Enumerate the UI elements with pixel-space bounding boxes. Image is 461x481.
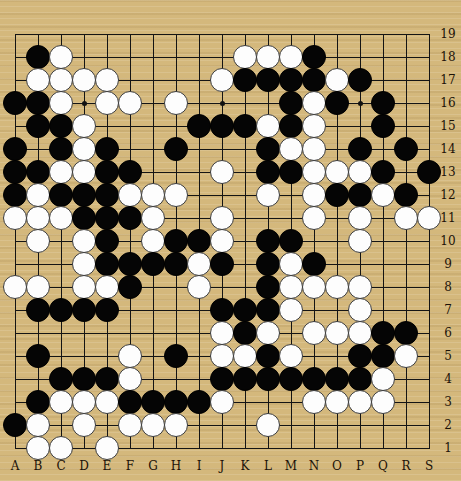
black-stone-D11 bbox=[72, 206, 96, 230]
white-stone-L12 bbox=[256, 183, 280, 207]
black-stone-L13 bbox=[256, 160, 280, 184]
white-stone-A8 bbox=[3, 275, 27, 299]
black-stone-H5 bbox=[164, 344, 188, 368]
white-stone-N11 bbox=[302, 206, 326, 230]
black-stone-C14 bbox=[49, 137, 73, 161]
column-label-S: S bbox=[422, 459, 436, 473]
white-stone-L18 bbox=[256, 45, 280, 69]
white-stone-N3 bbox=[302, 390, 326, 414]
black-stone-O12 bbox=[325, 183, 349, 207]
black-stone-I15 bbox=[187, 114, 211, 138]
go-board[interactable]: 19181716151413121110987654321 ABCDEFGHIJ… bbox=[0, 0, 461, 481]
column-label-E: E bbox=[100, 459, 114, 473]
white-stone-P13 bbox=[348, 160, 372, 184]
white-stone-O17 bbox=[325, 68, 349, 92]
row-label-15: 15 bbox=[437, 119, 459, 133]
white-stone-C1 bbox=[49, 436, 73, 460]
black-stone-F8 bbox=[118, 275, 142, 299]
white-stone-D2 bbox=[72, 413, 96, 437]
row-label-9: 9 bbox=[437, 257, 459, 271]
white-stone-N8 bbox=[302, 275, 326, 299]
column-label-R: R bbox=[399, 459, 413, 473]
row-label-4: 4 bbox=[437, 372, 459, 386]
black-stone-Q15 bbox=[371, 114, 395, 138]
black-stone-H14 bbox=[164, 137, 188, 161]
black-stone-L5 bbox=[256, 344, 280, 368]
white-stone-N14 bbox=[302, 137, 326, 161]
star-point bbox=[220, 101, 225, 106]
black-stone-C7 bbox=[49, 298, 73, 322]
white-stone-I8 bbox=[187, 275, 211, 299]
white-stone-G2 bbox=[141, 413, 165, 437]
black-stone-O16 bbox=[325, 91, 349, 115]
white-stone-C13 bbox=[49, 160, 73, 184]
black-stone-B5 bbox=[26, 344, 50, 368]
column-label-L: L bbox=[261, 459, 275, 473]
column-label-G: G bbox=[146, 459, 160, 473]
white-stone-F4 bbox=[118, 367, 142, 391]
black-stone-Q5 bbox=[371, 344, 395, 368]
black-stone-E13 bbox=[95, 160, 119, 184]
white-stone-H16 bbox=[164, 91, 188, 115]
white-stone-M7 bbox=[279, 298, 303, 322]
black-stone-R14 bbox=[394, 137, 418, 161]
white-stone-J17 bbox=[210, 68, 234, 92]
white-stone-R5 bbox=[394, 344, 418, 368]
black-stone-N18 bbox=[302, 45, 326, 69]
white-stone-B17 bbox=[26, 68, 50, 92]
white-stone-J6 bbox=[210, 321, 234, 345]
white-stone-M14 bbox=[279, 137, 303, 161]
black-stone-B18 bbox=[26, 45, 50, 69]
black-stone-M10 bbox=[279, 229, 303, 253]
column-label-N: N bbox=[307, 459, 321, 473]
white-stone-M8 bbox=[279, 275, 303, 299]
black-stone-D12 bbox=[72, 183, 96, 207]
black-stone-C4 bbox=[49, 367, 73, 391]
black-stone-D7 bbox=[72, 298, 96, 322]
white-stone-M18 bbox=[279, 45, 303, 69]
white-stone-L2 bbox=[256, 413, 280, 437]
white-stone-L6 bbox=[256, 321, 280, 345]
white-stone-P7 bbox=[348, 298, 372, 322]
white-stone-Q4 bbox=[371, 367, 395, 391]
row-label-12: 12 bbox=[437, 188, 459, 202]
white-stone-K18 bbox=[233, 45, 257, 69]
white-stone-C18 bbox=[49, 45, 73, 69]
white-stone-I9 bbox=[187, 252, 211, 276]
column-label-Q: Q bbox=[376, 459, 390, 473]
black-stone-I10 bbox=[187, 229, 211, 253]
row-label-18: 18 bbox=[437, 50, 459, 64]
column-label-H: H bbox=[169, 459, 183, 473]
black-stone-K7 bbox=[233, 298, 257, 322]
black-stone-E14 bbox=[95, 137, 119, 161]
star-point bbox=[82, 101, 87, 106]
black-stone-L8 bbox=[256, 275, 280, 299]
white-stone-D3 bbox=[72, 390, 96, 414]
row-label-16: 16 bbox=[437, 96, 459, 110]
row-label-10: 10 bbox=[437, 234, 459, 248]
white-stone-B2 bbox=[26, 413, 50, 437]
white-stone-H12 bbox=[164, 183, 188, 207]
column-label-F: F bbox=[123, 459, 137, 473]
white-stone-M5 bbox=[279, 344, 303, 368]
black-stone-L4 bbox=[256, 367, 280, 391]
black-stone-A12 bbox=[3, 183, 27, 207]
black-stone-M13 bbox=[279, 160, 303, 184]
column-label-K: K bbox=[238, 459, 252, 473]
white-stone-O8 bbox=[325, 275, 349, 299]
black-stone-J15 bbox=[210, 114, 234, 138]
column-label-A: A bbox=[8, 459, 22, 473]
grid-line-horizontal bbox=[15, 448, 430, 449]
column-label-D: D bbox=[77, 459, 91, 473]
white-stone-D9 bbox=[72, 252, 96, 276]
white-stone-O3 bbox=[325, 390, 349, 414]
white-stone-B12 bbox=[26, 183, 50, 207]
white-stone-D8 bbox=[72, 275, 96, 299]
row-label-19: 19 bbox=[437, 27, 459, 41]
black-stone-F13 bbox=[118, 160, 142, 184]
black-stone-M17 bbox=[279, 68, 303, 92]
black-stone-L9 bbox=[256, 252, 280, 276]
row-label-2: 2 bbox=[437, 418, 459, 432]
black-stone-N9 bbox=[302, 252, 326, 276]
black-stone-J7 bbox=[210, 298, 234, 322]
black-stone-Q16 bbox=[371, 91, 395, 115]
white-stone-H2 bbox=[164, 413, 188, 437]
black-stone-J4 bbox=[210, 367, 234, 391]
white-stone-J5 bbox=[210, 344, 234, 368]
black-stone-B16 bbox=[26, 91, 50, 115]
white-stone-C17 bbox=[49, 68, 73, 92]
row-label-11: 11 bbox=[437, 211, 459, 225]
black-stone-O4 bbox=[325, 367, 349, 391]
black-stone-B3 bbox=[26, 390, 50, 414]
column-label-O: O bbox=[330, 459, 344, 473]
white-stone-D15 bbox=[72, 114, 96, 138]
white-stone-N12 bbox=[302, 183, 326, 207]
black-stone-K15 bbox=[233, 114, 257, 138]
white-stone-D14 bbox=[72, 137, 96, 161]
white-stone-E16 bbox=[95, 91, 119, 115]
black-stone-P14 bbox=[348, 137, 372, 161]
white-stone-J3 bbox=[210, 390, 234, 414]
row-label-6: 6 bbox=[437, 326, 459, 340]
white-stone-K5 bbox=[233, 344, 257, 368]
white-stone-G12 bbox=[141, 183, 165, 207]
row-label-1: 1 bbox=[437, 441, 459, 455]
white-stone-O6 bbox=[325, 321, 349, 345]
white-stone-Q12 bbox=[371, 183, 395, 207]
black-stone-G9 bbox=[141, 252, 165, 276]
black-stone-F11 bbox=[118, 206, 142, 230]
black-stone-A13 bbox=[3, 160, 27, 184]
row-label-17: 17 bbox=[437, 73, 459, 87]
column-label-M: M bbox=[284, 459, 298, 473]
white-stone-R11 bbox=[394, 206, 418, 230]
white-stone-B11 bbox=[26, 206, 50, 230]
white-stone-F12 bbox=[118, 183, 142, 207]
black-stone-I3 bbox=[187, 390, 211, 414]
white-stone-N6 bbox=[302, 321, 326, 345]
black-stone-M4 bbox=[279, 367, 303, 391]
black-stone-E10 bbox=[95, 229, 119, 253]
black-stone-N4 bbox=[302, 367, 326, 391]
black-stone-E12 bbox=[95, 183, 119, 207]
black-stone-H3 bbox=[164, 390, 188, 414]
black-stone-P12 bbox=[348, 183, 372, 207]
white-stone-L15 bbox=[256, 114, 280, 138]
white-stone-P11 bbox=[348, 206, 372, 230]
white-stone-E8 bbox=[95, 275, 119, 299]
column-label-C: C bbox=[54, 459, 68, 473]
black-stone-E11 bbox=[95, 206, 119, 230]
row-label-8: 8 bbox=[437, 280, 459, 294]
black-stone-E4 bbox=[95, 367, 119, 391]
column-label-J: J bbox=[215, 459, 229, 473]
white-stone-B1 bbox=[26, 436, 50, 460]
white-stone-P10 bbox=[348, 229, 372, 253]
row-label-13: 13 bbox=[437, 165, 459, 179]
column-label-P: P bbox=[353, 459, 367, 473]
black-stone-L7 bbox=[256, 298, 280, 322]
white-stone-E3 bbox=[95, 390, 119, 414]
star-point bbox=[358, 101, 363, 106]
row-label-5: 5 bbox=[437, 349, 459, 363]
white-stone-D17 bbox=[72, 68, 96, 92]
black-stone-A16 bbox=[3, 91, 27, 115]
black-stone-D4 bbox=[72, 367, 96, 391]
black-stone-C15 bbox=[49, 114, 73, 138]
white-stone-C11 bbox=[49, 206, 73, 230]
black-stone-L14 bbox=[256, 137, 280, 161]
black-stone-E9 bbox=[95, 252, 119, 276]
column-label-B: B bbox=[31, 459, 45, 473]
white-stone-J10 bbox=[210, 229, 234, 253]
black-stone-M16 bbox=[279, 91, 303, 115]
white-stone-E17 bbox=[95, 68, 119, 92]
white-stone-J11 bbox=[210, 206, 234, 230]
black-stone-R6 bbox=[394, 321, 418, 345]
black-stone-L17 bbox=[256, 68, 280, 92]
black-stone-B15 bbox=[26, 114, 50, 138]
black-stone-L10 bbox=[256, 229, 280, 253]
white-stone-A11 bbox=[3, 206, 27, 230]
black-stone-P17 bbox=[348, 68, 372, 92]
grid-line-vertical bbox=[406, 34, 407, 449]
white-stone-D13 bbox=[72, 160, 96, 184]
white-stone-P8 bbox=[348, 275, 372, 299]
black-stone-H10 bbox=[164, 229, 188, 253]
row-label-3: 3 bbox=[437, 395, 459, 409]
row-label-7: 7 bbox=[437, 303, 459, 317]
black-stone-A14 bbox=[3, 137, 27, 161]
black-stone-K6 bbox=[233, 321, 257, 345]
black-stone-A2 bbox=[3, 413, 27, 437]
white-stone-O13 bbox=[325, 160, 349, 184]
white-stone-F16 bbox=[118, 91, 142, 115]
black-stone-H9 bbox=[164, 252, 188, 276]
black-stone-P4 bbox=[348, 367, 372, 391]
black-stone-F3 bbox=[118, 390, 142, 414]
white-stone-C3 bbox=[49, 390, 73, 414]
white-stone-F5 bbox=[118, 344, 142, 368]
black-stone-K4 bbox=[233, 367, 257, 391]
black-stone-Q13 bbox=[371, 160, 395, 184]
black-stone-N17 bbox=[302, 68, 326, 92]
grid-line-vertical bbox=[429, 34, 430, 449]
white-stone-Q3 bbox=[371, 390, 395, 414]
white-stone-N15 bbox=[302, 114, 326, 138]
black-stone-F9 bbox=[118, 252, 142, 276]
black-stone-B13 bbox=[26, 160, 50, 184]
white-stone-P3 bbox=[348, 390, 372, 414]
white-stone-F2 bbox=[118, 413, 142, 437]
white-stone-B10 bbox=[26, 229, 50, 253]
white-stone-G11 bbox=[141, 206, 165, 230]
black-stone-C12 bbox=[49, 183, 73, 207]
black-stone-R12 bbox=[394, 183, 418, 207]
white-stone-P6 bbox=[348, 321, 372, 345]
black-stone-G3 bbox=[141, 390, 165, 414]
black-stone-Q6 bbox=[371, 321, 395, 345]
white-stone-J13 bbox=[210, 160, 234, 184]
black-stone-K17 bbox=[233, 68, 257, 92]
white-stone-N13 bbox=[302, 160, 326, 184]
white-stone-C16 bbox=[49, 91, 73, 115]
black-stone-M15 bbox=[279, 114, 303, 138]
white-stone-G10 bbox=[141, 229, 165, 253]
black-stone-J9 bbox=[210, 252, 234, 276]
white-stone-M9 bbox=[279, 252, 303, 276]
row-label-14: 14 bbox=[437, 142, 459, 156]
black-stone-P5 bbox=[348, 344, 372, 368]
white-stone-E1 bbox=[95, 436, 119, 460]
black-stone-B7 bbox=[26, 298, 50, 322]
white-stone-B8 bbox=[26, 275, 50, 299]
black-stone-E7 bbox=[95, 298, 119, 322]
column-label-I: I bbox=[192, 459, 206, 473]
white-stone-N16 bbox=[302, 91, 326, 115]
white-stone-D10 bbox=[72, 229, 96, 253]
